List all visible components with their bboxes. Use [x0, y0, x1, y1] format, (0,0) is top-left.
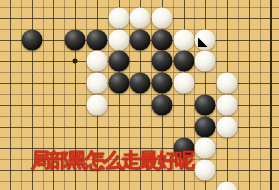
white-stone	[217, 116, 238, 137]
white-stone	[173, 73, 194, 94]
white-stone	[195, 29, 216, 50]
white-stone	[86, 73, 107, 94]
white-stone	[86, 94, 107, 115]
white-stone	[217, 94, 238, 115]
last-move-triangle-marker	[198, 37, 208, 47]
black-stone	[86, 29, 107, 50]
white-stone	[151, 8, 172, 29]
black-stone	[151, 29, 172, 50]
black-stone	[65, 29, 86, 50]
white-stone	[173, 29, 194, 50]
white-stone	[217, 73, 238, 94]
white-stone	[195, 138, 216, 159]
black-stone	[151, 94, 172, 115]
white-stone	[195, 159, 216, 180]
black-stone	[173, 51, 194, 72]
white-stone	[130, 8, 151, 29]
black-stone	[108, 51, 129, 72]
black-stone	[195, 94, 216, 115]
grid-subline	[0, 116, 279, 117]
white-stone	[86, 51, 107, 72]
black-stone	[130, 73, 151, 94]
go-board[interactable]: 局部黑怎么走最好呢	[0, 0, 279, 190]
caption-text: 局部黑怎么走最好呢	[31, 149, 193, 172]
white-stone	[217, 181, 238, 190]
black-stone	[195, 116, 216, 137]
white-stone	[108, 8, 129, 29]
black-stone	[130, 29, 151, 50]
black-stone	[151, 73, 172, 94]
grid-row-line	[0, 61, 279, 62]
white-stone	[195, 51, 216, 72]
star-point	[73, 59, 78, 64]
white-stone	[108, 29, 129, 50]
grid-subline	[0, 51, 279, 52]
black-stone	[108, 73, 129, 94]
grid-subline	[0, 94, 279, 95]
black-stone	[21, 29, 42, 50]
grid-subline	[0, 181, 279, 182]
black-stone	[151, 51, 172, 72]
grid-subline	[0, 137, 279, 138]
